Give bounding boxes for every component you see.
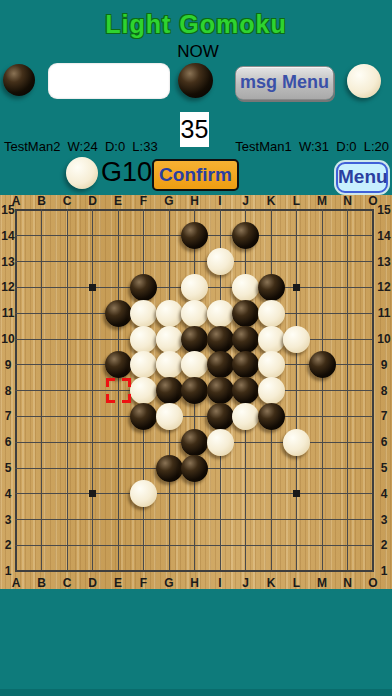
stone-H9-white	[181, 351, 208, 378]
row-label-left: 13	[0, 256, 16, 268]
row-label-right: 7	[376, 410, 392, 422]
stone-M9-black	[309, 351, 336, 378]
stone-H11-white	[181, 300, 208, 327]
stone-J12-white	[232, 274, 259, 301]
marker-corner	[122, 394, 131, 403]
column-label-bottom: N	[340, 577, 356, 589]
selected-move-marker	[106, 378, 131, 403]
stone-K9-white	[258, 351, 285, 378]
star-point	[89, 490, 96, 497]
column-label-bottom: K	[263, 577, 279, 589]
column-label-bottom: A	[8, 577, 24, 589]
column-label-bottom: C	[59, 577, 75, 589]
stone-K7-black	[258, 403, 285, 430]
row-label-left: 7	[0, 410, 16, 422]
stone-G8-black	[156, 377, 183, 404]
row-label-right: 5	[376, 462, 392, 474]
stone-J10-black	[232, 326, 259, 353]
stone-L6-white	[283, 429, 310, 456]
stone-G9-white	[156, 351, 183, 378]
star-point	[293, 490, 300, 497]
column-label-bottom: E	[110, 577, 126, 589]
player1-white-stone-icon	[347, 64, 381, 98]
grid-line-horizontal	[15, 519, 374, 520]
row-label-right: 12	[376, 281, 392, 293]
row-label-right: 10	[376, 333, 392, 345]
column-label-top: G	[161, 195, 177, 207]
stone-K8-white	[258, 377, 285, 404]
column-label-bottom: L	[289, 577, 305, 589]
column-label-bottom: D	[85, 577, 101, 589]
stone-H14-black	[181, 222, 208, 249]
menu-button[interactable]: Menu	[336, 162, 388, 193]
column-label-top: H	[187, 195, 203, 207]
row-label-right: 3	[376, 514, 392, 526]
stone-G5-black	[156, 455, 183, 482]
app-title: Light Gomoku	[0, 10, 392, 39]
star-point	[89, 284, 96, 291]
row-label-left: 12	[0, 281, 16, 293]
stone-H10-black	[181, 326, 208, 353]
stone-J8-black	[232, 377, 259, 404]
player2-black-stone-icon	[3, 64, 35, 96]
row-label-right: 6	[376, 436, 392, 448]
marker-corner	[106, 394, 115, 403]
row-label-right: 13	[376, 256, 392, 268]
row-label-left: 4	[0, 488, 16, 500]
row-label-right: 9	[376, 359, 392, 371]
column-label-bottom: F	[136, 577, 152, 589]
row-label-left: 9	[0, 359, 16, 371]
stone-E11-black	[105, 300, 132, 327]
row-label-right: 11	[376, 307, 392, 319]
last-move-coordinate: G10	[101, 157, 152, 188]
column-label-top: D	[85, 195, 101, 207]
stone-I8-black	[207, 377, 234, 404]
column-label-bottom: B	[34, 577, 50, 589]
column-label-bottom: M	[314, 577, 330, 589]
column-label-bottom: J	[238, 577, 254, 589]
grid-line-vertical	[322, 209, 323, 572]
stone-I11-white	[207, 300, 234, 327]
stone-F7-black	[130, 403, 157, 430]
row-label-left: 14	[0, 230, 16, 242]
stone-K12-black	[258, 274, 285, 301]
column-label-bottom: O	[365, 577, 381, 589]
column-label-top: B	[34, 195, 50, 207]
row-label-left: 11	[0, 307, 16, 319]
grid-line-vertical	[347, 209, 348, 572]
stone-G11-white	[156, 300, 183, 327]
stone-E9-black	[105, 351, 132, 378]
msg-menu-button[interactable]: msg Menu	[235, 66, 334, 100]
stone-F11-white	[130, 300, 157, 327]
stone-F9-white	[130, 351, 157, 378]
stone-F8-white	[130, 377, 157, 404]
stone-I7-black	[207, 403, 234, 430]
stone-J9-black	[232, 351, 259, 378]
stone-H8-black	[181, 377, 208, 404]
column-label-bottom: I	[212, 577, 228, 589]
column-label-top: L	[289, 195, 305, 207]
row-label-left: 8	[0, 385, 16, 397]
row-label-left: 2	[0, 539, 16, 551]
row-label-right: 14	[376, 230, 392, 242]
grid-line-vertical	[372, 209, 374, 572]
row-label-right: 8	[376, 385, 392, 397]
row-label-left: 6	[0, 436, 16, 448]
row-label-left: 15	[0, 204, 16, 216]
grid-line-vertical	[296, 209, 297, 572]
row-label-left: 10	[0, 333, 16, 345]
stone-G10-white	[156, 326, 183, 353]
stone-I10-black	[207, 326, 234, 353]
row-label-left: 3	[0, 514, 16, 526]
stone-I6-white	[207, 429, 234, 456]
column-label-top: J	[238, 195, 254, 207]
column-label-top: I	[212, 195, 228, 207]
row-label-left: 5	[0, 462, 16, 474]
column-label-top: M	[314, 195, 330, 207]
stone-J11-black	[232, 300, 259, 327]
star-point	[293, 284, 300, 291]
marker-corner	[106, 378, 115, 387]
player1-stats: TestMan1 W:31 D:0 L:20	[235, 139, 389, 154]
column-label-top: C	[59, 195, 75, 207]
column-label-top: E	[110, 195, 126, 207]
now-indicator-label: NOW	[176, 42, 220, 62]
grid-line-horizontal	[15, 545, 374, 546]
stone-K11-white	[258, 300, 285, 327]
column-label-top: N	[340, 195, 356, 207]
stone-J14-black	[232, 222, 259, 249]
stone-G7-white	[156, 403, 183, 430]
stone-J7-white	[232, 403, 259, 430]
column-label-top: F	[136, 195, 152, 207]
stone-F12-black	[130, 274, 157, 301]
board[interactable]: AABBCCDDEEFFGGHHIIJJKKLLMMNNOO1515141413…	[0, 195, 392, 589]
stone-F10-white	[130, 326, 157, 353]
stone-H12-white	[181, 274, 208, 301]
player2-stats: TestMan2 W:24 D:0 L:33	[4, 139, 158, 154]
grid-line-horizontal	[15, 493, 374, 494]
row-label-right: 1	[376, 565, 392, 577]
stone-I9-black	[207, 351, 234, 378]
row-label-right: 15	[376, 204, 392, 216]
column-label-bottom: H	[187, 577, 203, 589]
row-label-right: 4	[376, 488, 392, 500]
stone-H6-black	[181, 429, 208, 456]
stone-H5-black	[181, 455, 208, 482]
last-move-stone-white-icon	[66, 157, 98, 189]
move-counter: 35	[180, 112, 209, 147]
grid-line-horizontal	[15, 416, 374, 417]
confirm-button[interactable]: Confirm	[152, 159, 239, 191]
column-label-bottom: G	[161, 577, 177, 589]
marker-corner	[122, 378, 131, 387]
row-label-left: 1	[0, 565, 16, 577]
row-label-right: 2	[376, 539, 392, 551]
stone-F4-white	[130, 480, 157, 507]
message-box[interactable]	[48, 63, 170, 99]
bottom-strip	[0, 689, 392, 696]
stone-K10-white	[258, 326, 285, 353]
grid-line-horizontal	[15, 570, 374, 572]
column-label-top: K	[263, 195, 279, 207]
stone-L10-white	[283, 326, 310, 353]
stone-I13-white	[207, 248, 234, 275]
turn-stone-black-icon	[178, 63, 213, 98]
